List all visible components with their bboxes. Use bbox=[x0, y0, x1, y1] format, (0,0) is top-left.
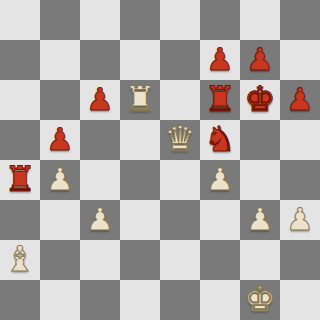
piece-white-pawn[interactable]: ♟ bbox=[86, 199, 114, 239]
square-e4[interactable] bbox=[160, 160, 200, 200]
square-a6[interactable] bbox=[0, 80, 40, 120]
piece-red-knight[interactable]: ♞ bbox=[204, 119, 235, 159]
square-a8[interactable] bbox=[0, 0, 40, 40]
square-h7[interactable] bbox=[280, 40, 320, 80]
piece-red-rook[interactable]: ♜ bbox=[204, 79, 235, 119]
square-c7[interactable] bbox=[80, 40, 120, 80]
square-h3[interactable]: ♟ bbox=[280, 200, 320, 240]
square-f8[interactable] bbox=[200, 0, 240, 40]
square-e8[interactable] bbox=[160, 0, 200, 40]
square-f6[interactable]: ♜ bbox=[200, 80, 240, 120]
piece-red-king[interactable]: ♚ bbox=[244, 79, 275, 119]
square-g6[interactable]: ♚ bbox=[240, 80, 280, 120]
square-b6[interactable] bbox=[40, 80, 80, 120]
square-a7[interactable] bbox=[0, 40, 40, 80]
piece-red-pawn[interactable]: ♟ bbox=[246, 39, 274, 79]
square-f3[interactable] bbox=[200, 200, 240, 240]
piece-white-pawn[interactable]: ♟ bbox=[246, 199, 274, 239]
square-f1[interactable] bbox=[200, 280, 240, 320]
piece-white-bishop[interactable]: ♝ bbox=[4, 239, 35, 279]
piece-red-pawn[interactable]: ♟ bbox=[286, 79, 314, 119]
square-b2[interactable] bbox=[40, 240, 80, 280]
chess-board: ♟♟♟♜♜♚♟♟♛♞♜♟♟♟♟♟♝♚ bbox=[0, 0, 320, 320]
square-c8[interactable] bbox=[80, 0, 120, 40]
square-d1[interactable] bbox=[120, 280, 160, 320]
square-h2[interactable] bbox=[280, 240, 320, 280]
square-a1[interactable] bbox=[0, 280, 40, 320]
square-g2[interactable] bbox=[240, 240, 280, 280]
square-h4[interactable] bbox=[280, 160, 320, 200]
square-b8[interactable] bbox=[40, 0, 80, 40]
piece-white-king[interactable]: ♚ bbox=[244, 279, 275, 319]
square-f2[interactable] bbox=[200, 240, 240, 280]
square-g1[interactable]: ♚ bbox=[240, 280, 280, 320]
square-a3[interactable] bbox=[0, 200, 40, 240]
piece-white-pawn[interactable]: ♟ bbox=[206, 159, 234, 199]
square-b7[interactable] bbox=[40, 40, 80, 80]
piece-white-queen[interactable]: ♛ bbox=[164, 119, 195, 159]
square-b5[interactable]: ♟ bbox=[40, 120, 80, 160]
square-e6[interactable] bbox=[160, 80, 200, 120]
piece-red-pawn[interactable]: ♟ bbox=[86, 79, 114, 119]
piece-red-pawn[interactable]: ♟ bbox=[46, 119, 74, 159]
square-b1[interactable] bbox=[40, 280, 80, 320]
square-h5[interactable] bbox=[280, 120, 320, 160]
square-f5[interactable]: ♞ bbox=[200, 120, 240, 160]
piece-white-pawn[interactable]: ♟ bbox=[46, 159, 74, 199]
piece-red-rook[interactable]: ♜ bbox=[4, 159, 35, 199]
square-e1[interactable] bbox=[160, 280, 200, 320]
square-g5[interactable] bbox=[240, 120, 280, 160]
square-b4[interactable]: ♟ bbox=[40, 160, 80, 200]
square-a4[interactable]: ♜ bbox=[0, 160, 40, 200]
square-f7[interactable]: ♟ bbox=[200, 40, 240, 80]
square-f4[interactable]: ♟ bbox=[200, 160, 240, 200]
square-g8[interactable] bbox=[240, 0, 280, 40]
square-a5[interactable] bbox=[0, 120, 40, 160]
square-h8[interactable] bbox=[280, 0, 320, 40]
square-e5[interactable]: ♛ bbox=[160, 120, 200, 160]
square-d3[interactable] bbox=[120, 200, 160, 240]
square-e7[interactable] bbox=[160, 40, 200, 80]
square-c2[interactable] bbox=[80, 240, 120, 280]
square-c1[interactable] bbox=[80, 280, 120, 320]
square-b3[interactable] bbox=[40, 200, 80, 240]
square-g7[interactable]: ♟ bbox=[240, 40, 280, 80]
square-d8[interactable] bbox=[120, 0, 160, 40]
piece-white-pawn[interactable]: ♟ bbox=[286, 199, 314, 239]
square-g4[interactable] bbox=[240, 160, 280, 200]
square-h6[interactable]: ♟ bbox=[280, 80, 320, 120]
square-a2[interactable]: ♝ bbox=[0, 240, 40, 280]
square-h1[interactable] bbox=[280, 280, 320, 320]
piece-red-pawn[interactable]: ♟ bbox=[206, 39, 234, 79]
square-g3[interactable]: ♟ bbox=[240, 200, 280, 240]
square-e3[interactable] bbox=[160, 200, 200, 240]
piece-white-rook[interactable]: ♜ bbox=[124, 79, 155, 119]
square-e2[interactable] bbox=[160, 240, 200, 280]
square-d4[interactable] bbox=[120, 160, 160, 200]
square-d5[interactable] bbox=[120, 120, 160, 160]
square-c4[interactable] bbox=[80, 160, 120, 200]
square-c5[interactable] bbox=[80, 120, 120, 160]
square-c3[interactable]: ♟ bbox=[80, 200, 120, 240]
square-d2[interactable] bbox=[120, 240, 160, 280]
square-d6[interactable]: ♜ bbox=[120, 80, 160, 120]
square-d7[interactable] bbox=[120, 40, 160, 80]
square-c6[interactable]: ♟ bbox=[80, 80, 120, 120]
